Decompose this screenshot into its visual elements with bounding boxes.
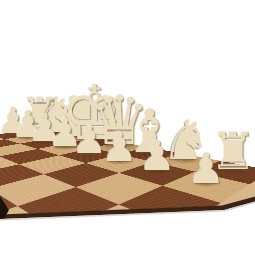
piece-white-pawn-b2[interactable]: ♟︎: [139, 136, 176, 177]
pieces-layer: ♜︎♞︎♝︎♚︎♛︎♝︎♞︎♜︎♟︎♟︎♟︎♟︎♟︎♟︎♟︎♟︎: [0, 0, 255, 255]
piece-white-pawn-c2[interactable]: ♟︎: [101, 127, 137, 167]
chessboard-product-photo: ♜︎♞︎♝︎♚︎♛︎♝︎♞︎♜︎♟︎♟︎♟︎♟︎♟︎♟︎♟︎♟︎: [0, 0, 255, 255]
piece-white-pawn-a2[interactable]: ♟︎: [187, 148, 225, 190]
